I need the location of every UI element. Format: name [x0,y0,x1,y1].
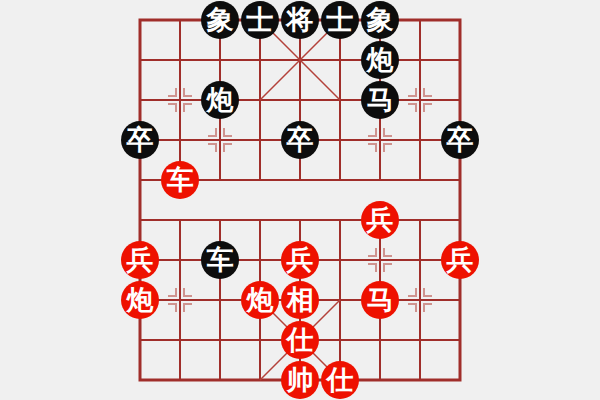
red-advisor-right-point: 仕 [320,360,360,400]
black-soldier-e-piece[interactable]: 卒 [281,121,319,159]
red-advisor-center-piece[interactable]: 仕 [281,321,319,359]
red-chariot-point: 车 [160,160,200,200]
black-elephant-left-piece[interactable]: 象 [201,1,239,39]
black-soldier-i-piece[interactable]: 卒 [441,121,479,159]
black-general-point: 将 [280,0,320,40]
black-elephant-left-point: 象 [200,0,240,40]
red-soldier-g-piece[interactable]: 兵 [361,201,399,239]
red-general-point: 帅 [280,360,320,400]
black-cannon-left-point: 炮 [200,80,240,120]
red-horse-piece[interactable]: 马 [361,281,399,319]
red-soldier-a-piece[interactable]: 兵 [121,241,159,279]
black-advisor-left-piece[interactable]: 士 [241,1,279,39]
black-advisor-right-piece[interactable]: 士 [321,1,359,39]
black-cannon-right-piece[interactable]: 炮 [361,41,399,79]
red-soldier-e-point: 兵 [280,240,320,280]
red-soldier-i-point: 兵 [440,240,480,280]
black-elephant-right-point: 象 [360,0,400,40]
red-chariot-piece[interactable]: 车 [161,161,199,199]
red-soldier-a-point: 兵 [120,240,160,280]
red-cannon-left-point: 炮 [120,280,160,320]
xiangqi-board: 象士将士象炮炮马卒卒卒车兵兵车兵兵炮炮相马仕帅仕 [0,0,600,400]
black-soldier-i-point: 卒 [440,120,480,160]
red-cannon-center-piece[interactable]: 炮 [241,281,279,319]
black-horse-piece[interactable]: 马 [361,81,399,119]
black-soldier-a-piece[interactable]: 卒 [121,121,159,159]
red-horse-point: 马 [360,280,400,320]
black-general-piece[interactable]: 将 [281,1,319,39]
red-soldier-i-piece[interactable]: 兵 [441,241,479,279]
black-cannon-left-piece[interactable]: 炮 [201,81,239,119]
black-advisor-right-point: 士 [320,0,360,40]
black-cannon-right-point: 炮 [360,40,400,80]
black-chariot-point: 车 [200,240,240,280]
red-soldier-e-piece[interactable]: 兵 [281,241,319,279]
black-soldier-a-point: 卒 [120,120,160,160]
black-horse-point: 马 [360,80,400,120]
red-cannon-center-point: 炮 [240,280,280,320]
black-advisor-left-point: 士 [240,0,280,40]
red-soldier-g-point: 兵 [360,200,400,240]
red-advisor-center-point: 仕 [280,320,320,360]
black-soldier-e-point: 卒 [280,120,320,160]
pieces-layer: 象士将士象炮炮马卒卒卒车兵兵车兵兵炮炮相马仕帅仕 [120,0,480,400]
black-elephant-right-piece[interactable]: 象 [361,1,399,39]
red-general-piece[interactable]: 帅 [281,361,319,399]
red-elephant-piece[interactable]: 相 [281,281,319,319]
red-advisor-right-piece[interactable]: 仕 [321,361,359,399]
black-chariot-piece[interactable]: 车 [201,241,239,279]
red-elephant-point: 相 [280,280,320,320]
red-cannon-left-piece[interactable]: 炮 [121,281,159,319]
